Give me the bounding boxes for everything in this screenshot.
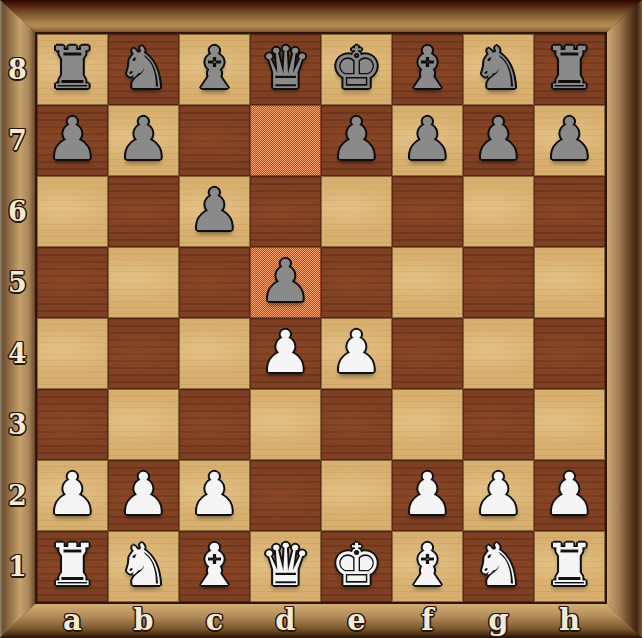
square-f1[interactable]: ♝ xyxy=(392,531,463,602)
board-frame-right xyxy=(607,0,642,638)
rank-label-8: 8 xyxy=(0,34,35,105)
piece-white-king-e1[interactable]: ♚ xyxy=(331,536,383,594)
square-b2[interactable]: ♟ xyxy=(108,460,179,531)
square-b6[interactable] xyxy=(108,176,179,247)
piece-black-bishop-c8[interactable]: ♝ xyxy=(189,39,241,97)
piece-black-bishop-f8[interactable]: ♝ xyxy=(402,39,454,97)
square-g4[interactable] xyxy=(463,318,534,389)
square-d2[interactable] xyxy=(250,460,321,531)
piece-white-pawn-a2[interactable]: ♟ xyxy=(47,465,99,523)
square-g5[interactable] xyxy=(463,247,534,318)
square-c4[interactable] xyxy=(179,318,250,389)
square-c2[interactable]: ♟ xyxy=(179,460,250,531)
rank-label-7: 7 xyxy=(0,105,35,176)
square-f2[interactable]: ♟ xyxy=(392,460,463,531)
square-h1[interactable]: ♜ xyxy=(534,531,605,602)
square-f8[interactable]: ♝ xyxy=(392,34,463,105)
square-d3[interactable] xyxy=(250,389,321,460)
square-c5[interactable] xyxy=(179,247,250,318)
square-h4[interactable] xyxy=(534,318,605,389)
square-h5[interactable] xyxy=(534,247,605,318)
square-c8[interactable]: ♝ xyxy=(179,34,250,105)
square-e6[interactable] xyxy=(321,176,392,247)
square-b8[interactable]: ♞ xyxy=(108,34,179,105)
square-h2[interactable]: ♟ xyxy=(534,460,605,531)
rank-label-5: 5 xyxy=(0,247,35,318)
file-label-h: h xyxy=(534,602,605,638)
piece-white-pawn-h2[interactable]: ♟ xyxy=(544,465,596,523)
piece-white-pawn-d4[interactable]: ♟ xyxy=(260,323,312,381)
piece-black-pawn-g7[interactable]: ♟ xyxy=(473,110,525,168)
square-a4[interactable] xyxy=(37,318,108,389)
square-a7[interactable]: ♟ xyxy=(37,105,108,176)
square-g3[interactable] xyxy=(463,389,534,460)
square-h7[interactable]: ♟ xyxy=(534,105,605,176)
piece-white-pawn-g2[interactable]: ♟ xyxy=(473,465,525,523)
square-e4[interactable]: ♟ xyxy=(321,318,392,389)
square-a3[interactable] xyxy=(37,389,108,460)
piece-black-rook-h8[interactable]: ♜ xyxy=(544,39,596,97)
file-label-g: g xyxy=(463,602,534,638)
piece-black-pawn-a7[interactable]: ♟ xyxy=(47,110,99,168)
board-frame-top xyxy=(0,0,642,32)
square-a1[interactable]: ♜ xyxy=(37,531,108,602)
piece-white-pawn-f2[interactable]: ♟ xyxy=(402,465,454,523)
square-f5[interactable] xyxy=(392,247,463,318)
piece-black-queen-d8[interactable]: ♛ xyxy=(260,39,312,97)
square-e7[interactable]: ♟ xyxy=(321,105,392,176)
piece-white-queen-d1[interactable]: ♛ xyxy=(260,536,312,594)
chess-board: ♜♞♝♛♚♝♞♜♟♟♟♟♟♟♟♟♟♟♟♟♟♟♟♟♜♞♝♛♚♝♞♜ xyxy=(35,32,607,604)
square-a8[interactable]: ♜ xyxy=(37,34,108,105)
square-d8[interactable]: ♛ xyxy=(250,34,321,105)
square-a6[interactable] xyxy=(37,176,108,247)
square-f3[interactable] xyxy=(392,389,463,460)
piece-white-bishop-c1[interactable]: ♝ xyxy=(189,536,241,594)
square-b5[interactable] xyxy=(108,247,179,318)
square-h6[interactable] xyxy=(534,176,605,247)
piece-white-rook-a1[interactable]: ♜ xyxy=(47,536,99,594)
file-label-b: b xyxy=(108,602,179,638)
file-label-d: d xyxy=(250,602,321,638)
square-g8[interactable]: ♞ xyxy=(463,34,534,105)
file-label-f: f xyxy=(392,602,463,638)
square-b7[interactable]: ♟ xyxy=(108,105,179,176)
square-b3[interactable] xyxy=(108,389,179,460)
piece-white-knight-b1[interactable]: ♞ xyxy=(118,536,170,594)
square-d1[interactable]: ♛ xyxy=(250,531,321,602)
square-h8[interactable]: ♜ xyxy=(534,34,605,105)
piece-white-rook-h1[interactable]: ♜ xyxy=(544,536,596,594)
piece-black-knight-g8[interactable]: ♞ xyxy=(473,39,525,97)
piece-black-knight-b8[interactable]: ♞ xyxy=(118,39,170,97)
piece-white-pawn-b2[interactable]: ♟ xyxy=(118,465,170,523)
square-g6[interactable] xyxy=(463,176,534,247)
square-e8[interactable]: ♚ xyxy=(321,34,392,105)
square-c1[interactable]: ♝ xyxy=(179,531,250,602)
piece-black-king-e8[interactable]: ♚ xyxy=(331,39,383,97)
square-a2[interactable]: ♟ xyxy=(37,460,108,531)
square-c3[interactable] xyxy=(179,389,250,460)
square-d4[interactable]: ♟ xyxy=(250,318,321,389)
square-g2[interactable]: ♟ xyxy=(463,460,534,531)
square-f4[interactable] xyxy=(392,318,463,389)
square-f6[interactable] xyxy=(392,176,463,247)
square-a5[interactable] xyxy=(37,247,108,318)
rank-label-2: 2 xyxy=(0,460,35,531)
square-h3[interactable] xyxy=(534,389,605,460)
rank-label-1: 1 xyxy=(0,531,35,602)
file-labels: abcdefgh xyxy=(37,602,605,638)
square-e1[interactable]: ♚ xyxy=(321,531,392,602)
square-e3[interactable] xyxy=(321,389,392,460)
piece-white-bishop-f1[interactable]: ♝ xyxy=(402,536,454,594)
piece-white-knight-g1[interactable]: ♞ xyxy=(473,536,525,594)
piece-black-pawn-b7[interactable]: ♟ xyxy=(118,110,170,168)
square-c7[interactable] xyxy=(179,105,250,176)
piece-white-pawn-c2[interactable]: ♟ xyxy=(189,465,241,523)
square-d6[interactable] xyxy=(250,176,321,247)
piece-black-rook-a8[interactable]: ♜ xyxy=(47,39,99,97)
rank-label-4: 4 xyxy=(0,318,35,389)
square-b4[interactable] xyxy=(108,318,179,389)
square-d5[interactable]: ♟ xyxy=(250,247,321,318)
rank-label-6: 6 xyxy=(0,176,35,247)
square-f7[interactable]: ♟ xyxy=(392,105,463,176)
file-label-c: c xyxy=(179,602,250,638)
square-d7[interactable] xyxy=(250,105,321,176)
file-label-e: e xyxy=(321,602,392,638)
piece-black-pawn-c6[interactable]: ♟ xyxy=(189,181,241,239)
piece-black-pawn-d5[interactable]: ♟ xyxy=(260,252,312,310)
piece-black-pawn-e7[interactable]: ♟ xyxy=(331,110,383,168)
square-e5[interactable] xyxy=(321,247,392,318)
rank-label-3: 3 xyxy=(0,389,35,460)
square-e2[interactable] xyxy=(321,460,392,531)
piece-white-pawn-e4[interactable]: ♟ xyxy=(331,323,383,381)
square-g1[interactable]: ♞ xyxy=(463,531,534,602)
rank-labels: 87654321 xyxy=(0,34,35,602)
piece-black-pawn-h7[interactable]: ♟ xyxy=(544,110,596,168)
square-c6[interactable]: ♟ xyxy=(179,176,250,247)
square-g7[interactable]: ♟ xyxy=(463,105,534,176)
chess-app-window: ♜♞♝♛♚♝♞♜♟♟♟♟♟♟♟♟♟♟♟♟♟♟♟♟♜♞♝♛♚♝♞♜ 8765432… xyxy=(0,0,642,638)
square-b1[interactable]: ♞ xyxy=(108,531,179,602)
file-label-a: a xyxy=(37,602,108,638)
piece-black-pawn-f7[interactable]: ♟ xyxy=(402,110,454,168)
